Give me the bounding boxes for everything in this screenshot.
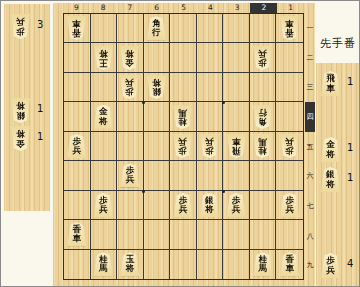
piece-sente-9五[interactable]: 歩兵 xyxy=(66,134,87,158)
square-2二[interactable]: 歩兵 xyxy=(250,43,277,72)
square-2八[interactable] xyxy=(250,220,277,249)
square-1八[interactable] xyxy=(276,220,303,249)
piece-kanji: 香車 xyxy=(285,255,295,274)
square-2九[interactable]: 桂馬 xyxy=(250,250,277,279)
file-label-3: 3 xyxy=(224,3,251,13)
square-8五[interactable] xyxy=(91,132,118,161)
square-2四[interactable]: 角行 xyxy=(250,102,277,131)
square-5七[interactable]: 歩兵 xyxy=(170,191,197,220)
square-2三[interactable] xyxy=(250,73,277,102)
square-2七[interactable] xyxy=(250,191,277,220)
square-1二[interactable] xyxy=(276,43,303,72)
sente-captured-tray: 飛車 金将 銀将 歩兵 1 1 1 4 xyxy=(316,63,360,287)
square-6一[interactable]: 角行 xyxy=(144,14,171,43)
piece-kanji: 歩兵 xyxy=(258,48,268,67)
piece-kanji: 歩兵 xyxy=(231,196,241,215)
square-1一[interactable]: 香車 xyxy=(276,14,303,43)
square-3三[interactable] xyxy=(223,73,250,102)
piece-sente-5七[interactable]: 歩兵 xyxy=(172,193,193,217)
piece-kanji: 歩兵 xyxy=(72,137,82,156)
square-9四[interactable] xyxy=(64,102,91,131)
square-4七[interactable]: 銀将 xyxy=(197,191,224,220)
square-9一[interactable]: 香車 xyxy=(64,14,91,43)
square-3五[interactable]: 飛車 xyxy=(223,132,250,161)
gote-hand-pawn-label: 歩兵 xyxy=(16,17,26,36)
piece-gote-7三[interactable]: 歩兵 xyxy=(119,75,140,99)
square-4二[interactable] xyxy=(197,43,224,72)
piece-kanji: 桂馬 xyxy=(258,137,268,156)
piece-kanji: 金将 xyxy=(98,107,108,126)
square-5五[interactable]: 歩兵 xyxy=(170,132,197,161)
square-9五[interactable]: 歩兵 xyxy=(64,132,91,161)
piece-kanji: 桂馬 xyxy=(258,255,268,274)
piece-kanji: 歩兵 xyxy=(178,137,188,156)
rank-label-一: 一 xyxy=(305,13,315,43)
piece-kanji: 歩兵 xyxy=(178,196,188,215)
piece-gote-9一[interactable]: 香車 xyxy=(66,16,87,40)
piece-kanji: 香車 xyxy=(285,19,295,38)
square-3二[interactable] xyxy=(223,43,250,72)
piece-kanji: 歩兵 xyxy=(285,137,295,156)
piece-gote-3五[interactable]: 飛車 xyxy=(226,134,247,158)
square-1六[interactable] xyxy=(276,161,303,190)
square-9七[interactable] xyxy=(64,191,91,220)
square-6八[interactable] xyxy=(144,220,171,249)
square-8二[interactable]: 王将 xyxy=(91,43,118,72)
square-9六[interactable] xyxy=(64,161,91,190)
rank-labels: 一二三四五六七八九 xyxy=(305,13,315,280)
piece-kanji: 歩兵 xyxy=(125,166,135,185)
rank-label-五: 五 xyxy=(305,132,315,162)
piece-gote-6三[interactable]: 銀将 xyxy=(146,75,167,99)
sente-hand-silver-label: 銀将 xyxy=(326,170,336,189)
sente-hand-gold[interactable]: 金将 xyxy=(320,137,341,162)
square-6六[interactable] xyxy=(144,161,171,190)
square-4九[interactable] xyxy=(197,250,224,279)
sente-hand-pawn-label: 歩兵 xyxy=(326,256,336,275)
piece-kanji: 角行 xyxy=(258,107,268,126)
gote-hand-gold[interactable]: 金将 xyxy=(10,126,31,151)
piece-sente-8九[interactable]: 桂馬 xyxy=(93,252,114,276)
square-7八[interactable] xyxy=(117,220,144,249)
square-4四[interactable] xyxy=(197,102,224,131)
sente-hand-gold-label: 金将 xyxy=(326,140,336,159)
piece-kanji: 桂馬 xyxy=(178,107,188,126)
square-5九[interactable] xyxy=(170,250,197,279)
gote-hand-pawn-count: 3 xyxy=(37,19,43,30)
piece-gote-1一[interactable]: 香車 xyxy=(279,16,300,40)
piece-kanji: 飛車 xyxy=(231,137,241,156)
gote-hand-pawn[interactable]: 歩兵 xyxy=(10,14,31,39)
square-3九[interactable] xyxy=(223,250,250,279)
piece-kanji: 王将 xyxy=(98,48,108,67)
gote-hand-silver[interactable]: 銀将 xyxy=(10,98,31,123)
piece-kanji: 桂馬 xyxy=(98,255,108,274)
file-label-4: 4 xyxy=(197,3,224,13)
rank-label-四: 四 xyxy=(305,102,315,132)
piece-gote-5五[interactable]: 歩兵 xyxy=(172,134,193,158)
square-4五[interactable]: 歩兵 xyxy=(197,132,224,161)
square-3六[interactable] xyxy=(223,161,250,190)
square-7一[interactable] xyxy=(117,14,144,43)
piece-sente-8四[interactable]: 金将 xyxy=(93,105,114,129)
square-9三[interactable] xyxy=(64,73,91,102)
piece-kanji: 歩兵 xyxy=(205,137,215,156)
piece-sente-1九[interactable]: 香車 xyxy=(279,252,300,276)
piece-gote-8二[interactable]: 王将 xyxy=(93,46,114,70)
piece-kanji: 歩兵 xyxy=(285,196,295,215)
sente-hand-rook-count: 1 xyxy=(347,76,353,87)
piece-sente-9八[interactable]: 香車 xyxy=(66,222,87,246)
square-1三[interactable] xyxy=(276,73,303,102)
square-7五[interactable] xyxy=(117,132,144,161)
rank-label-九: 九 xyxy=(305,250,315,280)
piece-kanji: 玉将 xyxy=(125,255,135,274)
piece-kanji: 歩兵 xyxy=(98,196,108,215)
square-1四[interactable] xyxy=(276,102,303,131)
file-label-9: 9 xyxy=(63,3,90,13)
square-5六[interactable] xyxy=(170,161,197,190)
piece-kanji: 銀将 xyxy=(151,78,161,97)
square-6四[interactable] xyxy=(144,102,171,131)
square-7二[interactable]: 金将 xyxy=(117,43,144,72)
piece-sente-4七[interactable]: 銀将 xyxy=(199,193,220,217)
square-8六[interactable] xyxy=(91,161,118,190)
square-5二[interactable] xyxy=(170,43,197,72)
square-2六[interactable] xyxy=(250,161,277,190)
gote-hand-gold-label: 金将 xyxy=(16,129,26,148)
file-label-8: 8 xyxy=(90,3,117,13)
file-label-7: 7 xyxy=(117,3,144,13)
square-9八[interactable]: 香車 xyxy=(64,220,91,249)
file-label-1: 1 xyxy=(277,3,304,13)
piece-gote-2二[interactable]: 歩兵 xyxy=(252,46,273,70)
sente-hand-gold-count: 1 xyxy=(347,142,353,153)
square-6二[interactable] xyxy=(144,43,171,72)
square-6七[interactable] xyxy=(144,191,171,220)
square-2五[interactable]: 桂馬 xyxy=(250,132,277,161)
square-1七[interactable]: 歩兵 xyxy=(276,191,303,220)
square-4八[interactable] xyxy=(197,220,224,249)
piece-sente-6一[interactable]: 角行 xyxy=(146,16,167,40)
piece-sente-3七[interactable]: 歩兵 xyxy=(226,193,247,217)
square-4三[interactable] xyxy=(197,73,224,102)
file-label-6: 6 xyxy=(143,3,170,13)
rank-label-六: 六 xyxy=(305,161,315,191)
piece-kanji: 角行 xyxy=(151,19,161,38)
square-7六[interactable]: 歩兵 xyxy=(117,161,144,190)
square-5四[interactable]: 桂馬 xyxy=(170,102,197,131)
square-8九[interactable]: 桂馬 xyxy=(91,250,118,279)
piece-sente-7九[interactable]: 玉将 xyxy=(119,252,140,276)
square-5三[interactable] xyxy=(170,73,197,102)
square-7七[interactable] xyxy=(117,191,144,220)
square-3八[interactable] xyxy=(223,220,250,249)
piece-gote-2五[interactable]: 桂馬 xyxy=(252,134,273,158)
square-6三[interactable]: 銀将 xyxy=(144,73,171,102)
square-8三[interactable] xyxy=(91,73,118,102)
shogi-app-window: 歩兵 銀将 金将 3 1 1 987654321 一二三四五六七八九 香車角行香… xyxy=(0,0,360,287)
square-5一[interactable] xyxy=(170,14,197,43)
piece-gote-7二[interactable]: 金将 xyxy=(119,46,140,70)
square-7九[interactable]: 玉将 xyxy=(117,250,144,279)
piece-gote-2四[interactable]: 角行 xyxy=(252,105,273,129)
square-9二[interactable] xyxy=(64,43,91,72)
piece-sente-7六[interactable]: 歩兵 xyxy=(119,163,140,187)
piece-kanji: 銀将 xyxy=(205,196,215,215)
square-2一[interactable] xyxy=(250,14,277,43)
piece-kanji: 歩兵 xyxy=(125,78,135,97)
rank-label-二: 二 xyxy=(305,43,315,73)
square-1九[interactable]: 香車 xyxy=(276,250,303,279)
piece-kanji: 香車 xyxy=(72,225,82,244)
piece-gote-1五[interactable]: 歩兵 xyxy=(279,134,300,158)
turn-indicator: 先手番 xyxy=(316,36,360,51)
piece-sente-1七[interactable]: 歩兵 xyxy=(279,193,300,217)
rank-label-三: 三 xyxy=(305,72,315,102)
sente-hand-rook-label: 飛車 xyxy=(326,74,336,93)
square-3四[interactable] xyxy=(223,102,250,131)
square-6九[interactable] xyxy=(144,250,171,279)
file-labels: 987654321 xyxy=(63,3,304,13)
square-4六[interactable] xyxy=(197,161,224,190)
rank-label-七: 七 xyxy=(305,191,315,221)
square-8七[interactable]: 歩兵 xyxy=(91,191,118,220)
sente-hand-pawn[interactable]: 歩兵 xyxy=(320,253,341,278)
square-9九[interactable] xyxy=(64,250,91,279)
piece-gote-5四[interactable]: 桂馬 xyxy=(172,105,193,129)
rank-label-八: 八 xyxy=(305,221,315,251)
file-label-5: 5 xyxy=(170,3,197,13)
square-8四[interactable]: 金将 xyxy=(91,102,118,131)
square-3一[interactable] xyxy=(223,14,250,43)
gote-captured-tray: 歩兵 銀将 金将 3 1 1 xyxy=(4,4,50,211)
board-grid: 香車角行香車王将金将歩兵歩兵銀将金将桂馬角行歩兵歩兵歩兵飛車桂馬歩兵歩兵歩兵歩兵… xyxy=(63,13,304,280)
square-3七[interactable]: 歩兵 xyxy=(223,191,250,220)
piece-kanji: 金将 xyxy=(125,48,135,67)
square-6五[interactable] xyxy=(144,132,171,161)
square-4一[interactable] xyxy=(197,14,224,43)
piece-sente-8七[interactable]: 歩兵 xyxy=(93,193,114,217)
square-5八[interactable] xyxy=(170,220,197,249)
sente-hand-silver-count: 1 xyxy=(347,172,353,183)
gote-hand-silver-label: 銀将 xyxy=(16,101,26,120)
gote-hand-gold-count: 1 xyxy=(37,131,43,142)
square-1五[interactable]: 歩兵 xyxy=(276,132,303,161)
sente-hand-pawn-count: 4 xyxy=(347,258,353,269)
shogi-board: 987654321 一二三四五六七八九 香車角行香車王将金将歩兵歩兵銀将金将桂馬… xyxy=(53,3,315,286)
piece-gote-4五[interactable]: 歩兵 xyxy=(199,134,220,158)
gote-hand-silver-count: 1 xyxy=(37,103,43,114)
file-label-2: 2 xyxy=(250,3,277,13)
sente-hand-silver[interactable]: 銀将 xyxy=(320,167,341,192)
square-7三[interactable]: 歩兵 xyxy=(117,73,144,102)
piece-kanji: 香車 xyxy=(72,19,82,38)
square-7四[interactable] xyxy=(117,102,144,131)
square-8八[interactable] xyxy=(91,220,118,249)
piece-sente-2九[interactable]: 桂馬 xyxy=(252,252,273,276)
sente-hand-rook[interactable]: 飛車 xyxy=(320,71,341,96)
square-8一[interactable] xyxy=(91,14,118,43)
